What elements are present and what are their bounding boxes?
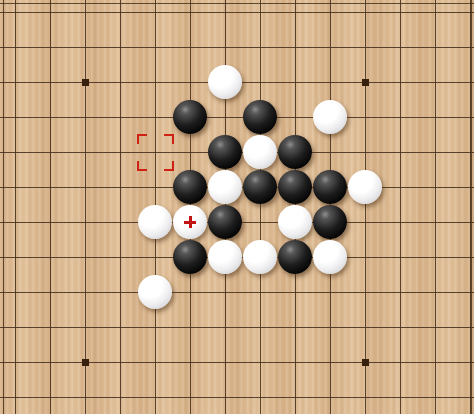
black-stone [243,100,277,134]
white-stone [313,240,347,274]
black-stone [313,205,347,239]
grid-line-vertical [15,0,16,414]
black-stone [208,205,242,239]
selection-brackets-marker [137,134,174,171]
black-stone [278,240,312,274]
black-stone [313,170,347,204]
grid-line-horizontal [0,12,474,13]
white-stone [208,170,242,204]
grid-line-horizontal [0,292,474,293]
grid-line-vertical [260,0,261,414]
white-stone [348,170,382,204]
white-stone [138,205,172,239]
white-stone [138,275,172,309]
grid-line-vertical [470,0,471,414]
star-point [82,79,89,86]
black-stone [173,170,207,204]
white-stone [313,100,347,134]
star-point [362,359,369,366]
white-stone [278,205,312,239]
grid-line-vertical [85,0,86,414]
black-stone [173,100,207,134]
last-move-cross-marker [182,214,198,230]
gomoku-board[interactable] [0,0,474,414]
bracket-corner-bl [137,161,147,171]
grid-line-horizontal [0,117,474,118]
star-point [362,79,369,86]
black-stone [278,170,312,204]
grid-line-vertical [50,0,51,414]
grid-line-vertical [400,0,401,414]
board-edge-line-right [471,0,472,414]
grid-line-vertical [435,0,436,414]
board-edge-line-top [0,3,474,4]
bracket-corner-br [164,161,174,171]
board-edge-line-left [3,0,4,414]
black-stone [243,170,277,204]
white-stone [208,240,242,274]
white-stone [243,135,277,169]
star-point [82,359,89,366]
grid-line-horizontal [0,327,474,328]
grid-line-horizontal [0,397,474,398]
black-stone [208,135,242,169]
grid-line-vertical [365,0,366,414]
grid-line-horizontal [0,362,474,363]
grid-line-horizontal [0,47,474,48]
bracket-corner-tr [164,134,174,144]
white-stone [208,65,242,99]
black-stone [173,240,207,274]
bracket-corner-tl [137,134,147,144]
black-stone [278,135,312,169]
white-stone [243,240,277,274]
grid-line-vertical [120,0,121,414]
